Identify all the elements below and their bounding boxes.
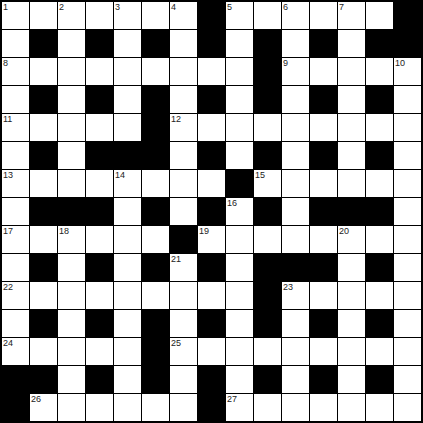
black-cell	[142, 30, 169, 57]
black-cell	[282, 254, 309, 281]
white-cell[interactable]	[394, 226, 421, 253]
white-cell[interactable]	[254, 226, 281, 253]
black-cell	[366, 142, 393, 169]
white-cell[interactable]	[394, 338, 421, 365]
black-cell	[310, 86, 337, 113]
black-cell	[198, 30, 225, 57]
white-cell[interactable]	[226, 226, 253, 253]
white-cell[interactable]	[310, 170, 337, 197]
white-cell[interactable]	[394, 366, 421, 393]
white-cell[interactable]	[282, 86, 309, 113]
white-cell[interactable]	[338, 338, 365, 365]
white-cell[interactable]	[394, 282, 421, 309]
white-cell[interactable]	[226, 142, 253, 169]
white-cell[interactable]	[310, 394, 337, 421]
white-cell[interactable]	[58, 170, 85, 197]
black-cell	[254, 142, 281, 169]
white-cell[interactable]	[282, 30, 309, 57]
white-cell[interactable]: 11	[2, 114, 29, 141]
white-cell[interactable]	[198, 114, 225, 141]
white-cell[interactable]	[2, 254, 29, 281]
white-cell[interactable]: 18	[58, 226, 85, 253]
white-cell[interactable]	[58, 58, 85, 85]
clue-number: 2	[59, 2, 64, 13]
white-cell[interactable]	[282, 394, 309, 421]
clue-number: 5	[227, 2, 232, 13]
black-cell	[310, 310, 337, 337]
white-cell[interactable]	[338, 254, 365, 281]
white-cell[interactable]	[30, 226, 57, 253]
white-cell[interactable]	[394, 142, 421, 169]
white-cell[interactable]	[338, 114, 365, 141]
black-cell	[170, 226, 197, 253]
black-cell	[142, 254, 169, 281]
black-cell	[198, 142, 225, 169]
black-cell	[114, 142, 141, 169]
white-cell[interactable]: 3	[114, 2, 141, 29]
clue-number: 26	[31, 394, 41, 405]
black-cell	[366, 254, 393, 281]
white-cell[interactable]: 1	[2, 2, 29, 29]
white-cell[interactable]	[226, 86, 253, 113]
white-cell[interactable]	[142, 226, 169, 253]
white-cell[interactable]: 4	[170, 2, 197, 29]
black-cell	[30, 366, 57, 393]
black-cell	[310, 198, 337, 225]
black-cell	[142, 114, 169, 141]
black-cell	[2, 366, 29, 393]
white-cell[interactable]: 23	[282, 282, 309, 309]
white-cell[interactable]	[170, 142, 197, 169]
black-cell	[86, 142, 113, 169]
white-cell[interactable]	[114, 198, 141, 225]
white-cell[interactable]	[226, 338, 253, 365]
white-cell[interactable]	[2, 198, 29, 225]
white-cell[interactable]: 10	[394, 58, 421, 85]
black-cell	[30, 86, 57, 113]
black-cell	[254, 86, 281, 113]
white-cell[interactable]	[394, 198, 421, 225]
clue-number: 15	[255, 170, 265, 181]
white-cell[interactable]	[282, 114, 309, 141]
clue-number: 12	[171, 114, 181, 125]
white-cell[interactable]	[366, 394, 393, 421]
white-cell[interactable]: 9	[282, 58, 309, 85]
white-cell[interactable]	[142, 170, 169, 197]
white-cell[interactable]: 6	[282, 2, 309, 29]
white-cell[interactable]: 5	[226, 2, 253, 29]
white-cell[interactable]: 21	[170, 254, 197, 281]
white-cell[interactable]	[114, 310, 141, 337]
white-cell[interactable]	[2, 86, 29, 113]
white-cell[interactable]	[310, 226, 337, 253]
white-cell[interactable]	[114, 282, 141, 309]
white-cell[interactable]: 7	[338, 2, 365, 29]
white-cell[interactable]	[58, 86, 85, 113]
white-cell[interactable]	[366, 58, 393, 85]
clue-number: 20	[339, 226, 349, 237]
black-cell	[366, 366, 393, 393]
white-cell[interactable]	[366, 282, 393, 309]
white-cell[interactable]	[198, 282, 225, 309]
white-cell[interactable]	[142, 2, 169, 29]
white-cell[interactable]	[310, 282, 337, 309]
black-cell	[86, 30, 113, 57]
black-cell	[30, 30, 57, 57]
white-cell[interactable]	[58, 30, 85, 57]
black-cell	[310, 254, 337, 281]
white-cell[interactable]: 8	[2, 58, 29, 85]
clue-number: 24	[3, 338, 13, 349]
white-cell[interactable]	[114, 366, 141, 393]
white-cell[interactable]	[86, 58, 113, 85]
white-cell[interactable]	[114, 86, 141, 113]
white-cell[interactable]	[366, 226, 393, 253]
white-cell[interactable]	[58, 366, 85, 393]
white-cell[interactable]	[254, 114, 281, 141]
white-cell[interactable]	[58, 282, 85, 309]
white-cell[interactable]	[254, 338, 281, 365]
black-cell	[226, 170, 253, 197]
black-cell	[198, 198, 225, 225]
white-cell[interactable]: 2	[58, 2, 85, 29]
white-cell[interactable]	[226, 30, 253, 57]
white-cell[interactable]	[198, 338, 225, 365]
white-cell[interactable]: 16	[226, 198, 253, 225]
white-cell[interactable]	[338, 282, 365, 309]
white-cell[interactable]	[86, 170, 113, 197]
black-cell	[86, 366, 113, 393]
white-cell[interactable]	[58, 338, 85, 365]
white-cell[interactable]	[170, 394, 197, 421]
black-cell	[30, 254, 57, 281]
black-cell	[58, 198, 85, 225]
white-cell[interactable]	[142, 58, 169, 85]
clue-number: 27	[227, 394, 237, 405]
black-cell	[142, 338, 169, 365]
white-cell[interactable]	[30, 282, 57, 309]
white-cell[interactable]	[226, 58, 253, 85]
white-cell[interactable]	[114, 226, 141, 253]
white-cell[interactable]	[30, 2, 57, 29]
white-cell[interactable]	[114, 58, 141, 85]
clue-number: 18	[59, 226, 69, 237]
black-cell	[86, 254, 113, 281]
white-cell[interactable]	[2, 142, 29, 169]
white-cell[interactable]	[198, 58, 225, 85]
white-cell[interactable]	[86, 114, 113, 141]
white-cell[interactable]	[226, 282, 253, 309]
clue-number: 3	[115, 2, 120, 13]
white-cell[interactable]	[170, 366, 197, 393]
white-cell[interactable]	[282, 142, 309, 169]
clue-number: 25	[171, 338, 181, 349]
white-cell[interactable]	[114, 30, 141, 57]
clue-number: 4	[171, 2, 176, 13]
white-cell[interactable]	[282, 198, 309, 225]
white-cell[interactable]	[58, 394, 85, 421]
black-cell	[310, 30, 337, 57]
white-cell[interactable]	[86, 2, 113, 29]
white-cell[interactable]	[226, 310, 253, 337]
white-cell[interactable]	[114, 114, 141, 141]
white-cell[interactable]	[58, 254, 85, 281]
clue-number: 17	[3, 226, 13, 237]
black-cell	[86, 310, 113, 337]
black-cell	[86, 86, 113, 113]
white-cell[interactable]	[366, 2, 393, 29]
black-cell	[2, 394, 29, 421]
black-cell	[30, 142, 57, 169]
clue-number: 21	[171, 254, 181, 265]
black-cell	[310, 142, 337, 169]
clue-number: 14	[115, 170, 125, 181]
black-cell	[198, 310, 225, 337]
white-cell[interactable]	[394, 86, 421, 113]
clue-number: 19	[199, 226, 209, 237]
white-cell[interactable]: 12	[170, 114, 197, 141]
white-cell[interactable]	[282, 338, 309, 365]
black-cell	[254, 254, 281, 281]
white-cell[interactable]	[338, 86, 365, 113]
white-cell[interactable]	[226, 254, 253, 281]
black-cell	[86, 198, 113, 225]
white-cell[interactable]	[338, 30, 365, 57]
white-cell[interactable]	[2, 30, 29, 57]
white-cell[interactable]	[282, 366, 309, 393]
white-cell[interactable]	[170, 86, 197, 113]
white-cell[interactable]: 19	[198, 226, 225, 253]
clue-number: 10	[395, 58, 405, 69]
white-cell[interactable]: 27	[226, 394, 253, 421]
clue-number: 6	[283, 2, 288, 13]
white-cell[interactable]: 25	[170, 338, 197, 365]
white-cell[interactable]	[254, 2, 281, 29]
clue-number: 7	[339, 2, 344, 13]
white-cell[interactable]	[198, 170, 225, 197]
white-cell[interactable]	[58, 142, 85, 169]
white-cell[interactable]: 24	[2, 338, 29, 365]
black-cell	[366, 86, 393, 113]
white-cell[interactable]	[282, 310, 309, 337]
white-cell[interactable]	[58, 114, 85, 141]
white-cell[interactable]	[310, 58, 337, 85]
white-cell[interactable]	[310, 338, 337, 365]
white-cell[interactable]	[394, 254, 421, 281]
white-cell[interactable]	[86, 282, 113, 309]
black-cell	[198, 86, 225, 113]
white-cell[interactable]	[338, 58, 365, 85]
clue-number: 13	[3, 170, 13, 181]
black-cell	[366, 198, 393, 225]
clue-number: 16	[227, 198, 237, 209]
white-cell[interactable]: 22	[2, 282, 29, 309]
clue-number: 8	[3, 58, 8, 69]
black-cell	[394, 2, 421, 29]
white-cell[interactable]: 14	[114, 170, 141, 197]
crossword-grid: 1234567891011121314151617181920212223242…	[0, 0, 423, 423]
black-cell	[254, 310, 281, 337]
black-cell	[142, 86, 169, 113]
black-cell	[254, 198, 281, 225]
white-cell[interactable]	[338, 366, 365, 393]
white-cell[interactable]	[338, 310, 365, 337]
white-cell[interactable]	[114, 394, 141, 421]
white-cell[interactable]	[254, 394, 281, 421]
black-cell	[198, 254, 225, 281]
black-cell	[142, 142, 169, 169]
white-cell[interactable]	[310, 114, 337, 141]
clue-number: 22	[3, 282, 13, 293]
black-cell	[394, 30, 421, 57]
white-cell[interactable]	[394, 310, 421, 337]
black-cell	[254, 366, 281, 393]
white-cell[interactable]	[366, 338, 393, 365]
white-cell[interactable]	[170, 310, 197, 337]
clue-number: 11	[3, 114, 12, 125]
black-cell	[30, 198, 57, 225]
white-cell[interactable]	[86, 394, 113, 421]
white-cell[interactable]	[366, 170, 393, 197]
black-cell	[310, 366, 337, 393]
white-cell[interactable]	[366, 114, 393, 141]
clue-number: 1	[3, 2, 8, 13]
white-cell[interactable]	[226, 114, 253, 141]
white-cell[interactable]	[394, 114, 421, 141]
white-cell[interactable]	[30, 114, 57, 141]
white-cell[interactable]	[170, 170, 197, 197]
black-cell	[142, 198, 169, 225]
black-cell	[198, 2, 225, 29]
white-cell[interactable]	[282, 170, 309, 197]
white-cell[interactable]	[394, 170, 421, 197]
white-cell[interactable]: 15	[254, 170, 281, 197]
white-cell[interactable]	[30, 58, 57, 85]
white-cell[interactable]	[310, 2, 337, 29]
white-cell[interactable]	[282, 226, 309, 253]
black-cell	[198, 394, 225, 421]
white-cell[interactable]	[142, 282, 169, 309]
white-cell[interactable]	[86, 226, 113, 253]
white-cell[interactable]	[226, 366, 253, 393]
white-cell[interactable]	[170, 58, 197, 85]
white-cell[interactable]	[394, 394, 421, 421]
black-cell	[198, 366, 225, 393]
white-cell[interactable]	[170, 30, 197, 57]
white-cell[interactable]	[170, 282, 197, 309]
black-cell	[366, 310, 393, 337]
white-cell[interactable]	[114, 338, 141, 365]
white-cell[interactable]: 20	[338, 226, 365, 253]
white-cell[interactable]	[30, 338, 57, 365]
black-cell	[142, 366, 169, 393]
white-cell[interactable]: 26	[30, 394, 57, 421]
white-cell[interactable]	[170, 198, 197, 225]
white-cell[interactable]	[142, 394, 169, 421]
clue-number: 9	[283, 58, 288, 69]
white-cell[interactable]	[30, 170, 57, 197]
black-cell	[254, 58, 281, 85]
white-cell[interactable]	[114, 254, 141, 281]
white-cell[interactable]	[86, 338, 113, 365]
white-cell[interactable]	[338, 394, 365, 421]
white-cell[interactable]	[2, 310, 29, 337]
white-cell[interactable]: 17	[2, 226, 29, 253]
white-cell[interactable]: 13	[2, 170, 29, 197]
black-cell	[254, 282, 281, 309]
black-cell	[338, 198, 365, 225]
white-cell[interactable]	[338, 142, 365, 169]
black-cell	[254, 30, 281, 57]
black-cell	[142, 310, 169, 337]
black-cell	[366, 30, 393, 57]
black-cell	[30, 310, 57, 337]
clue-number: 23	[283, 282, 293, 293]
white-cell[interactable]	[58, 310, 85, 337]
white-cell[interactable]	[338, 170, 365, 197]
